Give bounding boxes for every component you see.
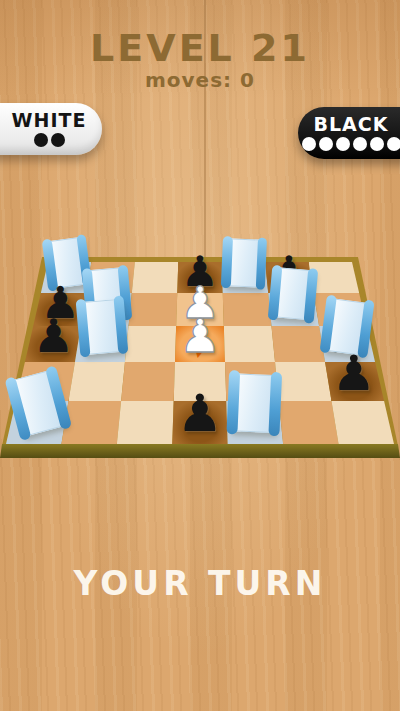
- turn-indicator: YOUR TURN: [0, 564, 400, 603]
- board-cell[interactable]: [224, 326, 275, 362]
- wall-barrier: [79, 299, 125, 355]
- white-piece[interactable]: ♟: [179, 313, 221, 359]
- board-cell[interactable]: [223, 293, 272, 326]
- black-piece[interactable]: ♟: [33, 313, 75, 359]
- board-cell[interactable]: [129, 293, 178, 326]
- wall-barrier: [230, 373, 279, 433]
- board-cell[interactable]: [132, 262, 178, 293]
- wall-barrier: [271, 267, 315, 321]
- board-cell[interactable]: [331, 401, 394, 444]
- black-piece[interactable]: ♟: [332, 349, 376, 398]
- wall-barrier: [8, 369, 68, 437]
- board-cell[interactable]: [125, 326, 176, 362]
- board-cell[interactable]: [279, 401, 339, 444]
- board-front-edge: [0, 444, 400, 458]
- board-cell[interactable]: [117, 401, 174, 444]
- game-board[interactable]: ▼♟♟♟♟♟♟♟♟: [0, 0, 400, 711]
- board-cell[interactable]: [271, 326, 325, 362]
- game-screen: LEVEL 21 moves: 0 WHITE BLACK ▼♟♟♟♟♟♟♟♟ …: [0, 0, 400, 711]
- board-cell[interactable]: [121, 362, 175, 401]
- board-cell[interactable]: [69, 362, 125, 401]
- board-cell[interactable]: [275, 362, 331, 401]
- wall-barrier: [224, 238, 264, 288]
- black-piece[interactable]: ♟: [177, 387, 223, 438]
